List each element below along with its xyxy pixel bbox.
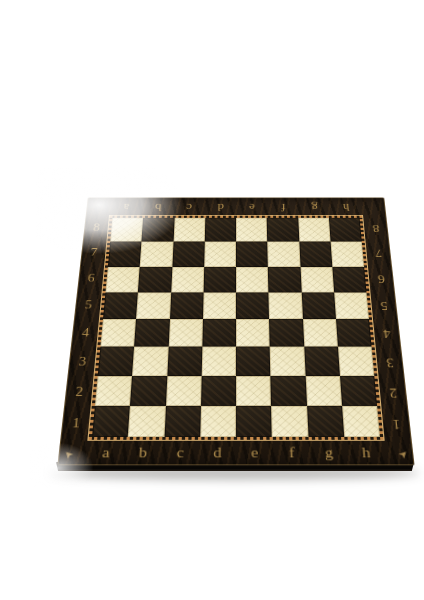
square-f7[interactable] (267, 242, 300, 267)
coordinate-label: c (161, 440, 199, 465)
square-g7[interactable] (299, 242, 332, 267)
square-g3[interactable] (304, 347, 340, 376)
coordinate-label: 3 (375, 347, 405, 377)
coordinate-label: f (267, 198, 299, 216)
coordinate-label: 4 (71, 319, 100, 347)
coordinate-label: c (173, 198, 205, 216)
square-f5[interactable] (269, 292, 303, 319)
square-c3[interactable] (167, 347, 202, 376)
square-b2[interactable] (130, 376, 167, 406)
square-a2[interactable] (95, 376, 132, 406)
coordinate-label: h (347, 440, 386, 465)
square-c7[interactable] (172, 242, 205, 267)
coordinate-label: 8 (362, 216, 389, 240)
square-d3[interactable] (201, 347, 236, 376)
scene: abcdefgh abcdefgh 87654321 87654321 ➤ ➤ (0, 0, 424, 600)
square-h5[interactable] (334, 292, 369, 319)
square-c4[interactable] (168, 319, 203, 347)
chess-board: abcdefgh abcdefgh 87654321 87654321 ➤ ➤ (57, 198, 414, 466)
playing-field (88, 216, 383, 440)
file-labels-bottom: abcdefgh (86, 440, 386, 465)
corner-arrow-icon: ➤ (396, 448, 410, 461)
square-b4[interactable] (134, 319, 169, 347)
square-e1[interactable] (236, 406, 272, 437)
square-d4[interactable] (202, 319, 236, 347)
coordinate-label: 8 (83, 216, 110, 240)
coordinate-label: d (204, 198, 236, 216)
square-e3[interactable] (236, 347, 271, 376)
square-d8[interactable] (205, 218, 236, 242)
square-h4[interactable] (336, 319, 372, 347)
square-g2[interactable] (305, 376, 342, 406)
coordinate-label: 7 (364, 240, 391, 265)
coordinate-label: a (110, 198, 143, 216)
square-a7[interactable] (108, 242, 142, 267)
square-c2[interactable] (165, 376, 201, 406)
coordinate-label: b (124, 440, 163, 465)
coordinate-label: 5 (369, 292, 398, 319)
coordinate-label: 2 (64, 377, 95, 408)
square-a5[interactable] (103, 292, 138, 319)
square-a3[interactable] (98, 347, 135, 376)
square-g5[interactable] (301, 292, 335, 319)
square-g1[interactable] (307, 406, 344, 437)
square-d5[interactable] (203, 292, 236, 319)
square-f4[interactable] (269, 319, 304, 347)
coordinate-label: 1 (60, 408, 91, 440)
square-f8[interactable] (267, 218, 299, 242)
square-g6[interactable] (300, 267, 334, 293)
square-c1[interactable] (164, 406, 201, 437)
square-a4[interactable] (100, 319, 136, 347)
coordinate-label: f (273, 440, 311, 465)
square-b3[interactable] (132, 347, 168, 376)
square-e8[interactable] (236, 218, 267, 242)
coordinate-label: e (236, 198, 268, 216)
coordinate-label: 5 (74, 292, 103, 319)
coordinate-label: 2 (378, 377, 409, 408)
square-h3[interactable] (338, 347, 375, 376)
square-b1[interactable] (128, 406, 165, 437)
coordinate-label: 4 (372, 319, 401, 347)
coordinate-label: a (86, 440, 125, 465)
square-f2[interactable] (271, 376, 307, 406)
square-a1[interactable] (92, 406, 130, 437)
square-f3[interactable] (270, 347, 305, 376)
coordinate-label: g (310, 440, 349, 465)
file-labels-top: abcdefgh (110, 198, 362, 216)
square-b7[interactable] (140, 242, 173, 267)
square-e2[interactable] (236, 376, 271, 406)
coordinate-label: 6 (367, 265, 395, 291)
square-g4[interactable] (303, 319, 338, 347)
board-grid (92, 218, 380, 437)
square-f1[interactable] (271, 406, 308, 437)
square-h8[interactable] (329, 218, 362, 242)
coordinate-label: 3 (67, 347, 97, 377)
coordinate-label: d (199, 440, 236, 465)
coordinate-label: g (298, 198, 330, 216)
square-b6[interactable] (138, 267, 172, 293)
square-g8[interactable] (298, 218, 331, 242)
square-d2[interactable] (201, 376, 236, 406)
square-c5[interactable] (170, 292, 204, 319)
coordinate-label: h (329, 198, 362, 216)
square-c8[interactable] (173, 218, 205, 242)
square-e5[interactable] (236, 292, 269, 319)
square-b5[interactable] (136, 292, 170, 319)
square-b8[interactable] (142, 218, 175, 242)
corner-arrow-icon: ➤ (62, 448, 76, 461)
square-d7[interactable] (204, 242, 236, 267)
coordinate-label: e (236, 440, 273, 465)
square-d6[interactable] (203, 267, 236, 293)
square-h6[interactable] (332, 267, 366, 293)
square-a8[interactable] (110, 218, 143, 242)
coordinate-label: 1 (380, 408, 411, 440)
square-h2[interactable] (340, 376, 377, 406)
square-c6[interactable] (171, 267, 204, 293)
square-e7[interactable] (236, 242, 268, 267)
coordinate-label: 6 (77, 265, 105, 291)
coordinate-label: 7 (80, 240, 107, 265)
square-h1[interactable] (342, 406, 380, 437)
square-e6[interactable] (236, 267, 269, 293)
square-d1[interactable] (200, 406, 236, 437)
square-h7[interactable] (330, 242, 364, 267)
square-f6[interactable] (268, 267, 301, 293)
square-e4[interactable] (236, 319, 270, 347)
coordinate-label: b (141, 198, 173, 216)
square-a6[interactable] (105, 267, 139, 293)
